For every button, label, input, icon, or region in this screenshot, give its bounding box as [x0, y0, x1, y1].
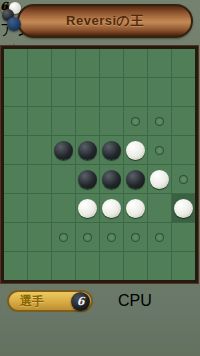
- board-cell[interactable]: [52, 194, 75, 222]
- board: [1, 46, 198, 283]
- board-cell[interactable]: [4, 223, 27, 251]
- board-cell[interactable]: [148, 223, 171, 251]
- board-cell[interactable]: [28, 223, 51, 251]
- black-disc: [126, 170, 145, 189]
- board-cell[interactable]: [100, 223, 123, 251]
- board-cell[interactable]: [76, 252, 99, 280]
- board-cell[interactable]: [148, 49, 171, 77]
- logo-navy-disc-icon: [7, 17, 21, 31]
- board-cell[interactable]: [124, 136, 147, 164]
- cpu-score-panel: CPU: [118, 292, 196, 313]
- black-disc: [102, 170, 121, 189]
- board-cell[interactable]: [172, 78, 195, 106]
- board-cell[interactable]: [52, 136, 75, 164]
- board-cell[interactable]: [124, 252, 147, 280]
- legal-move-hint: [155, 233, 164, 242]
- title-bar: Reversiの王: [17, 4, 193, 38]
- board-cell[interactable]: [52, 252, 75, 280]
- legal-move-hint: [107, 233, 116, 242]
- board-cell[interactable]: [148, 194, 171, 222]
- board-cell[interactable]: [100, 78, 123, 106]
- board-cell[interactable]: [4, 78, 27, 106]
- board-cell[interactable]: [76, 223, 99, 251]
- board-cell[interactable]: [172, 223, 195, 251]
- black-disc: [78, 141, 97, 160]
- board-cell[interactable]: [100, 252, 123, 280]
- board-cell[interactable]: [76, 165, 99, 193]
- legal-move-hint: [131, 117, 140, 126]
- board-cell[interactable]: [4, 165, 27, 193]
- board-cell[interactable]: [172, 49, 195, 77]
- black-disc: [54, 141, 73, 160]
- black-disc: [102, 141, 121, 160]
- board-cell[interactable]: [52, 107, 75, 135]
- board-cell[interactable]: [172, 194, 195, 222]
- board-cell[interactable]: [76, 107, 99, 135]
- legal-move-hint: [131, 233, 140, 242]
- legal-move-hint: [155, 146, 164, 155]
- board-cell[interactable]: [124, 107, 147, 135]
- board-cell[interactable]: [148, 136, 171, 164]
- board-cell[interactable]: [124, 223, 147, 251]
- board-cell[interactable]: [28, 252, 51, 280]
- white-disc: [174, 199, 193, 218]
- white-disc: [126, 199, 145, 218]
- app-title: Reversiの王: [66, 12, 144, 30]
- white-disc: [102, 199, 121, 218]
- player-black-disc-score: 6: [71, 292, 90, 311]
- board-cell[interactable]: [124, 49, 147, 77]
- app-logo-discs-icon: [0, 0, 26, 34]
- board-cell[interactable]: [28, 49, 51, 77]
- white-disc: [78, 199, 97, 218]
- board-cell[interactable]: [148, 165, 171, 193]
- board-cell[interactable]: [4, 252, 27, 280]
- board-cell[interactable]: [52, 78, 75, 106]
- board-cell[interactable]: [124, 165, 147, 193]
- board-cell[interactable]: [172, 165, 195, 193]
- legal-move-hint: [59, 233, 68, 242]
- board-cell[interactable]: [28, 78, 51, 106]
- legal-move-hint: [83, 233, 92, 242]
- board-cell[interactable]: [28, 194, 51, 222]
- board-cell[interactable]: [4, 107, 27, 135]
- white-disc: [126, 141, 145, 160]
- board-cell[interactable]: [28, 107, 51, 135]
- board-cell[interactable]: [148, 78, 171, 106]
- board-cell[interactable]: [100, 165, 123, 193]
- black-disc: [78, 170, 97, 189]
- board-cell[interactable]: [28, 136, 51, 164]
- board-cell[interactable]: [124, 194, 147, 222]
- board-cell[interactable]: [148, 107, 171, 135]
- board-cell[interactable]: [148, 252, 171, 280]
- board-cell[interactable]: [52, 165, 75, 193]
- board-cell[interactable]: [100, 49, 123, 77]
- board-cell[interactable]: [4, 194, 27, 222]
- board-cell[interactable]: [100, 194, 123, 222]
- board-cell[interactable]: [52, 49, 75, 77]
- reversi-app: Reversiの王 選手 6 CPU 6 アンドゥ: [0, 0, 200, 356]
- board-cell[interactable]: [52, 223, 75, 251]
- legal-move-hint: [179, 175, 188, 184]
- board-cell[interactable]: [172, 136, 195, 164]
- board-cell[interactable]: [28, 165, 51, 193]
- board-cell[interactable]: [76, 136, 99, 164]
- board-cell[interactable]: [76, 78, 99, 106]
- board-cell[interactable]: [172, 252, 195, 280]
- board-cell[interactable]: [4, 136, 27, 164]
- board-cell[interactable]: [76, 49, 99, 77]
- board-cell[interactable]: [76, 194, 99, 222]
- player-score-panel: 選手 6: [7, 290, 93, 312]
- cpu-label: CPU: [118, 292, 152, 309]
- board-cell[interactable]: [4, 49, 27, 77]
- board-cell[interactable]: [100, 107, 123, 135]
- legal-move-hint: [155, 117, 164, 126]
- player-label: 選手: [20, 293, 44, 310]
- board-cell[interactable]: [100, 136, 123, 164]
- board-cell[interactable]: [124, 78, 147, 106]
- board-cell[interactable]: [172, 107, 195, 135]
- white-disc: [150, 170, 169, 189]
